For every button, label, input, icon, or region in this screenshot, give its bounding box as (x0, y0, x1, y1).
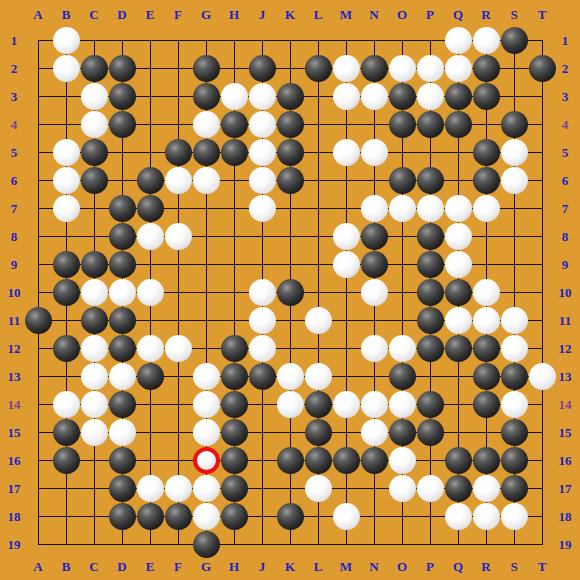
stone-white-G16[interactable] (193, 447, 220, 474)
row-label-left-12: 12 (8, 342, 21, 355)
stone-white-P3[interactable] (417, 83, 444, 110)
stone-black-R12[interactable] (473, 335, 500, 362)
stone-white-P7[interactable] (417, 195, 444, 222)
stone-white-C4[interactable] (81, 111, 108, 138)
stone-black-J2[interactable] (249, 55, 276, 82)
stone-black-S4[interactable] (501, 111, 528, 138)
stone-black-R13[interactable] (473, 363, 500, 390)
stone-black-T2[interactable] (529, 55, 556, 82)
col-label-bottom-K: K (285, 560, 295, 573)
stone-white-M9[interactable] (333, 251, 360, 278)
stone-white-O16[interactable] (389, 447, 416, 474)
stone-black-J13[interactable] (249, 363, 276, 390)
stone-black-H16[interactable] (221, 447, 248, 474)
stone-white-R1[interactable] (473, 27, 500, 54)
col-label-top-D: D (117, 8, 126, 21)
stone-black-O4[interactable] (389, 111, 416, 138)
stone-black-D11[interactable] (109, 307, 136, 334)
stone-white-E8[interactable] (137, 223, 164, 250)
stone-white-M5[interactable] (333, 139, 360, 166)
col-label-top-R: R (481, 8, 490, 21)
col-label-bottom-F: F (174, 560, 182, 573)
stone-black-P6[interactable] (417, 167, 444, 194)
stone-black-L15[interactable] (305, 419, 332, 446)
stone-black-L14[interactable] (305, 391, 332, 418)
col-label-bottom-M: M (340, 560, 352, 573)
stone-white-R17[interactable] (473, 475, 500, 502)
stone-black-F5[interactable] (165, 139, 192, 166)
col-label-top-P: P (426, 8, 434, 21)
stone-black-D16[interactable] (109, 447, 136, 474)
col-label-top-S: S (510, 8, 517, 21)
row-label-left-16: 16 (8, 454, 21, 467)
row-label-right-6: 6 (562, 174, 569, 187)
stone-black-S16[interactable] (501, 447, 528, 474)
row-label-left-4: 4 (11, 118, 18, 131)
stone-white-G18[interactable] (193, 503, 220, 530)
stone-black-N16[interactable] (361, 447, 388, 474)
stone-white-R10[interactable] (473, 279, 500, 306)
stone-white-J3[interactable] (249, 83, 276, 110)
row-label-left-19: 19 (8, 538, 21, 551)
col-label-bottom-A: A (33, 560, 42, 573)
stone-white-G4[interactable] (193, 111, 220, 138)
row-label-right-12: 12 (559, 342, 572, 355)
col-label-top-C: C (89, 8, 98, 21)
stone-white-G15[interactable] (193, 419, 220, 446)
stone-white-S18[interactable] (501, 503, 528, 530)
stone-white-E12[interactable] (137, 335, 164, 362)
stone-white-Q9[interactable] (445, 251, 472, 278)
stone-black-O15[interactable] (389, 419, 416, 446)
row-label-left-7: 7 (11, 202, 18, 215)
row-label-left-14: 14 (8, 398, 21, 411)
grid-line-h-19 (38, 544, 543, 545)
stone-black-K3[interactable] (277, 83, 304, 110)
row-label-right-11: 11 (559, 314, 571, 327)
stone-white-B5[interactable] (53, 139, 80, 166)
stone-white-C12[interactable] (81, 335, 108, 362)
stone-black-R3[interactable] (473, 83, 500, 110)
stone-white-L13[interactable] (305, 363, 332, 390)
stone-white-O12[interactable] (389, 335, 416, 362)
stone-white-N12[interactable] (361, 335, 388, 362)
stone-black-D7[interactable] (109, 195, 136, 222)
col-label-top-K: K (285, 8, 295, 21)
stone-black-Q4[interactable] (445, 111, 472, 138)
stone-white-S11[interactable] (501, 307, 528, 334)
stone-black-N8[interactable] (361, 223, 388, 250)
stone-white-L11[interactable] (305, 307, 332, 334)
stone-white-M2[interactable] (333, 55, 360, 82)
stone-black-C9[interactable] (81, 251, 108, 278)
stone-black-C6[interactable] (81, 167, 108, 194)
col-label-bottom-O: O (397, 560, 407, 573)
row-label-right-18: 18 (559, 510, 572, 523)
stone-white-D15[interactable] (109, 419, 136, 446)
col-label-bottom-H: H (229, 560, 239, 573)
stone-white-E10[interactable] (137, 279, 164, 306)
stone-black-G2[interactable] (193, 55, 220, 82)
stone-white-S14[interactable] (501, 391, 528, 418)
stone-black-H5[interactable] (221, 139, 248, 166)
col-label-top-Q: Q (453, 8, 463, 21)
stone-black-P4[interactable] (417, 111, 444, 138)
stone-black-P12[interactable] (417, 335, 444, 362)
stone-white-F6[interactable] (165, 167, 192, 194)
stone-black-N9[interactable] (361, 251, 388, 278)
col-label-bottom-N: N (369, 560, 378, 573)
stone-black-D14[interactable] (109, 391, 136, 418)
stone-white-N3[interactable] (361, 83, 388, 110)
stone-white-M18[interactable] (333, 503, 360, 530)
stone-white-D10[interactable] (109, 279, 136, 306)
stone-black-O13[interactable] (389, 363, 416, 390)
col-label-bottom-R: R (481, 560, 490, 573)
stone-black-H18[interactable] (221, 503, 248, 530)
stone-white-G14[interactable] (193, 391, 220, 418)
row-label-left-5: 5 (11, 146, 18, 159)
row-label-right-3: 3 (562, 90, 569, 103)
stone-black-K16[interactable] (277, 447, 304, 474)
stone-white-J10[interactable] (249, 279, 276, 306)
row-label-left-13: 13 (8, 370, 21, 383)
stone-black-K18[interactable] (277, 503, 304, 530)
stone-black-A11[interactable] (25, 307, 52, 334)
col-label-top-T: T (538, 8, 547, 21)
row-label-left-9: 9 (11, 258, 18, 271)
stone-black-H12[interactable] (221, 335, 248, 362)
stone-black-Q3[interactable] (445, 83, 472, 110)
stone-white-S6[interactable] (501, 167, 528, 194)
col-label-top-H: H (229, 8, 239, 21)
col-label-bottom-C: C (89, 560, 98, 573)
stone-black-G19[interactable] (193, 531, 220, 558)
stone-white-D13[interactable] (109, 363, 136, 390)
stone-black-N2[interactable] (361, 55, 388, 82)
stone-black-R6[interactable] (473, 167, 500, 194)
stone-black-Q16[interactable] (445, 447, 472, 474)
stone-black-K10[interactable] (277, 279, 304, 306)
stone-black-H4[interactable] (221, 111, 248, 138)
stone-white-K14[interactable] (277, 391, 304, 418)
stone-black-B15[interactable] (53, 419, 80, 446)
stone-black-H13[interactable] (221, 363, 248, 390)
stone-white-N15[interactable] (361, 419, 388, 446)
stone-white-M3[interactable] (333, 83, 360, 110)
col-label-bottom-S: S (510, 560, 517, 573)
row-label-left-3: 3 (11, 90, 18, 103)
stone-white-Q11[interactable] (445, 307, 472, 334)
stone-white-K13[interactable] (277, 363, 304, 390)
row-label-right-10: 10 (559, 286, 572, 299)
stone-black-D3[interactable] (109, 83, 136, 110)
stone-black-S13[interactable] (501, 363, 528, 390)
stone-black-H15[interactable] (221, 419, 248, 446)
col-label-top-E: E (146, 8, 155, 21)
stone-black-D17[interactable] (109, 475, 136, 502)
col-label-bottom-L: L (314, 560, 323, 573)
row-label-right-17: 17 (559, 482, 572, 495)
stone-white-B7[interactable] (53, 195, 80, 222)
stone-black-G3[interactable] (193, 83, 220, 110)
stone-black-S1[interactable] (501, 27, 528, 54)
row-label-left-15: 15 (8, 426, 21, 439)
col-label-top-B: B (62, 8, 71, 21)
stone-black-H17[interactable] (221, 475, 248, 502)
stone-white-L17[interactable] (305, 475, 332, 502)
row-label-right-15: 15 (559, 426, 572, 439)
stone-black-E18[interactable] (137, 503, 164, 530)
stone-black-P10[interactable] (417, 279, 444, 306)
stone-white-C13[interactable] (81, 363, 108, 390)
stone-white-G13[interactable] (193, 363, 220, 390)
col-label-top-N: N (369, 8, 378, 21)
stone-black-P8[interactable] (417, 223, 444, 250)
row-label-right-2: 2 (562, 62, 569, 75)
stone-black-B16[interactable] (53, 447, 80, 474)
stone-black-P11[interactable] (417, 307, 444, 334)
stone-white-G17[interactable] (193, 475, 220, 502)
stone-white-F8[interactable] (165, 223, 192, 250)
stone-black-R2[interactable] (473, 55, 500, 82)
stone-white-R18[interactable] (473, 503, 500, 530)
stone-white-P17[interactable] (417, 475, 444, 502)
row-label-left-11: 11 (8, 314, 20, 327)
stone-black-P14[interactable] (417, 391, 444, 418)
row-label-right-9: 9 (562, 258, 569, 271)
stone-white-E17[interactable] (137, 475, 164, 502)
row-label-left-10: 10 (8, 286, 21, 299)
row-label-left-17: 17 (8, 482, 21, 495)
stone-black-L2[interactable] (305, 55, 332, 82)
row-label-right-8: 8 (562, 230, 569, 243)
stone-black-R5[interactable] (473, 139, 500, 166)
stone-black-F18[interactable] (165, 503, 192, 530)
stone-black-S15[interactable] (501, 419, 528, 446)
stone-black-E13[interactable] (137, 363, 164, 390)
stone-white-J6[interactable] (249, 167, 276, 194)
col-label-bottom-G: G (201, 560, 211, 573)
stone-white-Q7[interactable] (445, 195, 472, 222)
stone-black-C11[interactable] (81, 307, 108, 334)
stone-white-O2[interactable] (389, 55, 416, 82)
stone-white-R11[interactable] (473, 307, 500, 334)
stone-black-Q17[interactable] (445, 475, 472, 502)
stone-black-Q10[interactable] (445, 279, 472, 306)
stone-black-D9[interactable] (109, 251, 136, 278)
row-label-left-2: 2 (11, 62, 18, 75)
stone-black-R16[interactable] (473, 447, 500, 474)
stone-black-Q12[interactable] (445, 335, 472, 362)
col-label-bottom-B: B (62, 560, 71, 573)
col-label-bottom-D: D (117, 560, 126, 573)
stone-black-C5[interactable] (81, 139, 108, 166)
col-label-top-G: G (201, 8, 211, 21)
stone-white-F17[interactable] (165, 475, 192, 502)
stone-black-M16[interactable] (333, 447, 360, 474)
col-label-bottom-T: T (538, 560, 547, 573)
stone-white-N14[interactable] (361, 391, 388, 418)
stone-black-P9[interactable] (417, 251, 444, 278)
stone-white-C14[interactable] (81, 391, 108, 418)
col-label-bottom-P: P (426, 560, 434, 573)
stone-black-R14[interactable] (473, 391, 500, 418)
stone-white-S5[interactable] (501, 139, 528, 166)
stone-black-K4[interactable] (277, 111, 304, 138)
row-label-right-4: 4 (562, 118, 569, 131)
row-label-right-7: 7 (562, 202, 569, 215)
stone-black-L16[interactable] (305, 447, 332, 474)
row-label-right-5: 5 (562, 146, 569, 159)
stone-white-M8[interactable] (333, 223, 360, 250)
stone-black-D2[interactable] (109, 55, 136, 82)
stone-black-G5[interactable] (193, 139, 220, 166)
stone-black-P15[interactable] (417, 419, 444, 446)
stone-white-Q1[interactable] (445, 27, 472, 54)
col-label-bottom-Q: Q (453, 560, 463, 573)
stone-white-J5[interactable] (249, 139, 276, 166)
row-label-left-18: 18 (8, 510, 21, 523)
stone-white-T13[interactable] (529, 363, 556, 390)
stone-white-Q2[interactable] (445, 55, 472, 82)
row-label-right-19: 19 (559, 538, 572, 551)
stone-white-O17[interactable] (389, 475, 416, 502)
stone-white-R7[interactable] (473, 195, 500, 222)
stone-black-S17[interactable] (501, 475, 528, 502)
stone-white-O7[interactable] (389, 195, 416, 222)
stone-white-C10[interactable] (81, 279, 108, 306)
col-label-bottom-E: E (146, 560, 155, 573)
stone-white-P2[interactable] (417, 55, 444, 82)
stone-white-M14[interactable] (333, 391, 360, 418)
stone-black-D18[interactable] (109, 503, 136, 530)
stone-white-N5[interactable] (361, 139, 388, 166)
stone-black-K5[interactable] (277, 139, 304, 166)
col-label-top-O: O (397, 8, 407, 21)
stone-white-C3[interactable] (81, 83, 108, 110)
stone-white-J12[interactable] (249, 335, 276, 362)
stone-white-B14[interactable] (53, 391, 80, 418)
stone-white-J11[interactable] (249, 307, 276, 334)
stone-white-B2[interactable] (53, 55, 80, 82)
col-label-top-A: A (33, 8, 42, 21)
col-label-top-L: L (314, 8, 323, 21)
stone-black-O6[interactable] (389, 167, 416, 194)
stone-white-B1[interactable] (53, 27, 80, 54)
stone-white-Q18[interactable] (445, 503, 472, 530)
stone-white-G6[interactable] (193, 167, 220, 194)
stone-black-D12[interactable] (109, 335, 136, 362)
row-label-right-16: 16 (559, 454, 572, 467)
row-label-right-1: 1 (562, 34, 569, 47)
col-label-top-J: J (259, 8, 266, 21)
stone-white-Q8[interactable] (445, 223, 472, 250)
stone-white-H3[interactable] (221, 83, 248, 110)
stone-black-B10[interactable] (53, 279, 80, 306)
stone-black-D8[interactable] (109, 223, 136, 250)
stone-black-K6[interactable] (277, 167, 304, 194)
stone-black-E7[interactable] (137, 195, 164, 222)
stone-white-N7[interactable] (361, 195, 388, 222)
stone-black-E6[interactable] (137, 167, 164, 194)
grid-line-v-T (542, 40, 543, 545)
stone-black-O3[interactable] (389, 83, 416, 110)
stone-white-B6[interactable] (53, 167, 80, 194)
stone-black-C2[interactable] (81, 55, 108, 82)
stone-black-H14[interactable] (221, 391, 248, 418)
stone-white-J7[interactable] (249, 195, 276, 222)
col-label-top-F: F (174, 8, 182, 21)
stone-white-N10[interactable] (361, 279, 388, 306)
stone-black-B9[interactable] (53, 251, 80, 278)
stone-white-C15[interactable] (81, 419, 108, 446)
col-label-bottom-J: J (259, 560, 266, 573)
row-label-left-1: 1 (11, 34, 18, 47)
row-label-left-6: 6 (11, 174, 18, 187)
stone-black-D4[interactable] (109, 111, 136, 138)
col-label-top-M: M (340, 8, 352, 21)
stone-white-F12[interactable] (165, 335, 192, 362)
row-label-right-14: 14 (559, 398, 572, 411)
stone-white-J4[interactable] (249, 111, 276, 138)
row-label-right-13: 13 (559, 370, 572, 383)
stone-black-B12[interactable] (53, 335, 80, 362)
go-board[interactable]: ABCDEFGHJKLMNOPQRST ABCDEFGHJKLMNOPQRST … (0, 0, 580, 580)
row-label-left-8: 8 (11, 230, 18, 243)
stone-white-S12[interactable] (501, 335, 528, 362)
stone-white-O14[interactable] (389, 391, 416, 418)
